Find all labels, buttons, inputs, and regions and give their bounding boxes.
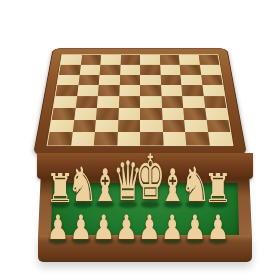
chess-piece-white-pawn: ♟ — [138, 210, 160, 244]
board-square — [203, 96, 226, 107]
board-square — [160, 65, 181, 75]
board-square — [202, 85, 224, 96]
board-square — [96, 108, 119, 120]
chess-piece-white-pawn: ♟ — [161, 210, 183, 244]
board-square — [77, 85, 99, 96]
board-square — [140, 65, 160, 75]
board-square — [61, 55, 82, 65]
piece-slot: ♟ — [138, 199, 160, 244]
board-square — [162, 108, 185, 120]
drawer-pieces-front-row: ♟♟♟♟♟♟♟♟ — [47, 199, 229, 244]
board-square — [161, 96, 183, 107]
board-square — [72, 120, 96, 133]
board-square — [120, 55, 140, 65]
board-square — [140, 108, 162, 120]
board-square — [184, 120, 208, 133]
board-square — [120, 65, 140, 75]
board-square — [74, 108, 97, 120]
board-square — [95, 120, 118, 133]
board-square — [81, 55, 102, 65]
board-square — [48, 132, 73, 145]
board-square — [140, 96, 162, 107]
board-square — [199, 65, 220, 75]
board-square — [100, 55, 120, 65]
board-square — [71, 132, 95, 145]
chess-piece-white-pawn: ♟ — [184, 210, 206, 244]
board-square — [52, 108, 76, 120]
piece-slot: ♟ — [207, 199, 229, 244]
board-square — [50, 120, 74, 133]
board-square — [179, 55, 200, 65]
board-square — [94, 132, 118, 145]
chess-set-photo: ♜♞♝♛♚♝♞♜ ♟♟♟♟♟♟♟♟ — [0, 0, 280, 280]
board-square — [140, 55, 160, 65]
board-square — [160, 75, 181, 86]
board-square — [100, 65, 121, 75]
board-square — [163, 132, 187, 145]
board-square — [198, 55, 219, 65]
board-square — [162, 120, 185, 133]
board-square — [201, 75, 223, 86]
board-square — [119, 75, 140, 86]
board-square — [98, 85, 120, 96]
chess-board — [48, 55, 233, 146]
board-square — [180, 75, 202, 86]
chess-piece-white-pawn: ♟ — [70, 210, 92, 244]
piece-slot: ♟ — [93, 199, 115, 244]
board-square — [183, 108, 206, 120]
board-square — [97, 96, 119, 107]
board-square — [140, 85, 161, 96]
piece-slot: ♟ — [161, 199, 183, 244]
board-square — [208, 132, 233, 145]
board-square — [180, 65, 201, 75]
board-square — [59, 65, 80, 75]
board-square — [56, 85, 78, 96]
board-square — [140, 75, 161, 86]
board-square — [140, 120, 163, 133]
piece-slot: ♟ — [184, 199, 206, 244]
board-square — [181, 85, 203, 96]
board-square — [206, 120, 230, 133]
piece-slot: ♟ — [70, 199, 92, 244]
board-square — [99, 75, 120, 86]
board-square — [117, 120, 140, 133]
piece-slot: ♟ — [47, 199, 69, 244]
chess-piece-white-pawn: ♟ — [47, 210, 69, 244]
chess-piece-white-pawn: ♟ — [207, 210, 229, 244]
board-square — [118, 108, 140, 120]
board-square — [118, 96, 140, 107]
chess-piece-white-pawn: ♟ — [92, 210, 114, 244]
board-square — [205, 108, 229, 120]
board-square — [185, 132, 209, 145]
board-square — [75, 96, 98, 107]
board-square — [161, 85, 183, 96]
board-square — [78, 75, 100, 86]
board-square — [57, 75, 79, 86]
board-square — [182, 96, 205, 107]
board-square — [54, 96, 77, 107]
board-square — [159, 55, 179, 65]
board-square — [119, 85, 140, 96]
board-square — [79, 65, 100, 75]
chess-piece-white-pawn: ♟ — [115, 210, 137, 244]
piece-slot: ♟ — [116, 199, 138, 244]
